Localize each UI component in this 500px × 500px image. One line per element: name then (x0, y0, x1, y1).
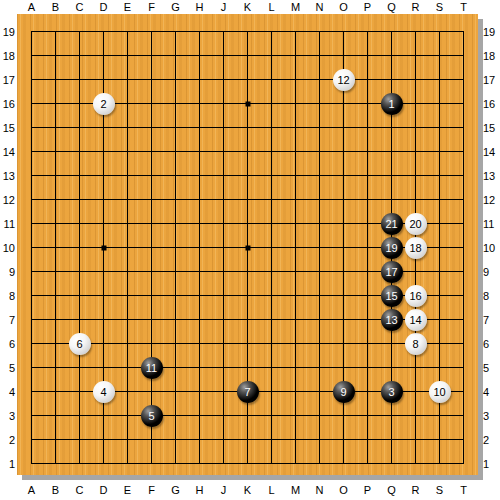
stone-white-D4[interactable]: 4 (93, 381, 115, 403)
row-label-right-4: 4 (483, 385, 500, 399)
col-label-bottom-H: H (188, 483, 212, 497)
stone-white-R11[interactable]: 20 (405, 213, 427, 235)
row-label-right-1: 1 (483, 457, 500, 471)
row-label-left-17: 17 (0, 73, 15, 87)
stone-black-K4[interactable]: 7 (237, 381, 259, 403)
col-label-bottom-F: F (140, 483, 164, 497)
stone-black-Q10[interactable]: 19 (381, 237, 403, 259)
star-point-K10 (245, 245, 250, 250)
row-label-right-11: 11 (483, 217, 500, 231)
row-label-right-19: 19 (483, 25, 500, 39)
col-label-top-N: N (308, 0, 332, 14)
row-label-right-17: 17 (483, 73, 500, 87)
col-label-bottom-K: K (236, 483, 260, 497)
row-label-left-14: 14 (0, 145, 15, 159)
row-label-left-2: 2 (0, 433, 15, 447)
row-label-right-13: 13 (483, 169, 500, 183)
stone-white-R8[interactable]: 16 (405, 285, 427, 307)
col-label-bottom-J: J (212, 483, 236, 497)
row-label-right-5: 5 (483, 361, 500, 375)
row-label-left-1: 1 (0, 457, 15, 471)
stone-black-Q4[interactable]: 3 (381, 381, 403, 403)
row-label-right-8: 8 (483, 289, 500, 303)
stone-white-C6[interactable]: 6 (69, 333, 91, 355)
stone-white-O17[interactable]: 12 (333, 69, 355, 91)
row-label-right-15: 15 (483, 121, 500, 135)
row-label-left-15: 15 (0, 121, 15, 135)
col-label-top-H: H (188, 0, 212, 14)
col-label-bottom-R: R (404, 483, 428, 497)
col-label-bottom-D: D (92, 483, 116, 497)
col-label-top-J: J (212, 0, 236, 14)
stone-black-Q7[interactable]: 13 (381, 309, 403, 331)
col-label-top-Q: Q (380, 0, 404, 14)
row-label-left-3: 3 (0, 409, 15, 423)
row-label-right-16: 16 (483, 97, 500, 111)
col-label-top-S: S (428, 0, 452, 14)
go-board[interactable]: 123456789101112131415161718192021 (17, 14, 478, 475)
row-label-left-12: 12 (0, 193, 15, 207)
row-label-right-7: 7 (483, 313, 500, 327)
stone-black-Q9[interactable]: 17 (381, 261, 403, 283)
stone-white-R7[interactable]: 14 (405, 309, 427, 331)
row-label-right-14: 14 (483, 145, 500, 159)
col-label-top-B: B (44, 0, 68, 14)
stone-black-O4[interactable]: 9 (333, 381, 355, 403)
stone-white-R10[interactable]: 18 (405, 237, 427, 259)
row-label-left-19: 19 (0, 25, 15, 39)
col-label-bottom-C: C (68, 483, 92, 497)
star-point-K16 (245, 101, 250, 106)
col-label-top-T: T (452, 0, 476, 14)
col-label-bottom-E: E (116, 483, 140, 497)
col-label-bottom-T: T (452, 483, 476, 497)
col-label-top-A: A (20, 0, 44, 14)
col-label-top-M: M (284, 0, 308, 14)
stone-black-F5[interactable]: 11 (141, 357, 163, 379)
col-label-bottom-O: O (332, 483, 356, 497)
row-label-left-18: 18 (0, 49, 15, 63)
col-label-bottom-A: A (20, 483, 44, 497)
stone-white-S4[interactable]: 10 (429, 381, 451, 403)
col-label-bottom-B: B (44, 483, 68, 497)
row-label-left-8: 8 (0, 289, 15, 303)
go-board-viewer: ABCDEFGHJKLMNOPQRST ABCDEFGHJKLMNOPQRST … (0, 0, 500, 500)
row-label-left-6: 6 (0, 337, 15, 351)
row-label-left-13: 13 (0, 169, 15, 183)
col-label-bottom-S: S (428, 483, 452, 497)
col-label-top-F: F (140, 0, 164, 14)
stone-black-Q16[interactable]: 1 (381, 93, 403, 115)
col-label-top-P: P (356, 0, 380, 14)
col-label-bottom-M: M (284, 483, 308, 497)
stone-black-Q11[interactable]: 21 (381, 213, 403, 235)
row-label-left-16: 16 (0, 97, 15, 111)
col-label-top-E: E (116, 0, 140, 14)
row-label-right-18: 18 (483, 49, 500, 63)
col-label-top-O: O (332, 0, 356, 14)
col-label-top-R: R (404, 0, 428, 14)
row-label-right-9: 9 (483, 265, 500, 279)
col-label-top-C: C (68, 0, 92, 14)
stone-white-R6[interactable]: 8 (405, 333, 427, 355)
col-label-top-G: G (164, 0, 188, 14)
row-label-right-3: 3 (483, 409, 500, 423)
stone-white-D16[interactable]: 2 (93, 93, 115, 115)
col-label-bottom-P: P (356, 483, 380, 497)
star-point-D10 (101, 245, 106, 250)
col-label-bottom-G: G (164, 483, 188, 497)
stone-black-F3[interactable]: 5 (141, 405, 163, 427)
row-label-left-5: 5 (0, 361, 15, 375)
col-label-bottom-N: N (308, 483, 332, 497)
row-label-right-2: 2 (483, 433, 500, 447)
row-label-left-10: 10 (0, 241, 15, 255)
row-label-left-4: 4 (0, 385, 15, 399)
row-label-left-9: 9 (0, 265, 15, 279)
col-label-top-L: L (260, 0, 284, 14)
row-label-right-10: 10 (483, 241, 500, 255)
col-label-bottom-Q: Q (380, 483, 404, 497)
row-label-left-7: 7 (0, 313, 15, 327)
stone-black-Q8[interactable]: 15 (381, 285, 403, 307)
col-label-top-D: D (92, 0, 116, 14)
grid[interactable]: 123456789101112131415161718192021 (31, 31, 464, 464)
row-label-left-11: 11 (0, 217, 15, 231)
col-label-bottom-L: L (260, 483, 284, 497)
col-label-top-K: K (236, 0, 260, 14)
row-label-right-12: 12 (483, 193, 500, 207)
row-label-right-6: 6 (483, 337, 500, 351)
